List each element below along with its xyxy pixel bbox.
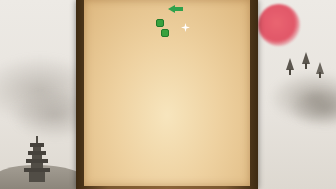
board-grid xyxy=(84,0,250,186)
pine-trunk xyxy=(305,63,307,69)
move-arrow-tail xyxy=(174,7,183,11)
red-sun-icon xyxy=(258,4,300,46)
xiangqi-board[interactable] xyxy=(76,0,258,189)
board-surface[interactable] xyxy=(84,0,250,186)
move-step-badge-1 xyxy=(156,19,164,27)
pine-trunk xyxy=(289,69,291,75)
move-arrow-icon xyxy=(168,5,175,13)
pagoda-illustration xyxy=(20,136,54,182)
move-step-badge-2 xyxy=(161,29,169,37)
left-art-panel xyxy=(0,0,78,189)
right-art-panel xyxy=(256,0,336,189)
pine-trunk xyxy=(319,72,321,78)
app-screen xyxy=(0,0,336,189)
